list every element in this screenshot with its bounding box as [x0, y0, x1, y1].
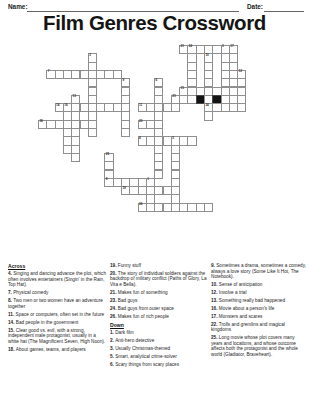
clue-across-24: 24. Bad guys from outer space — [110, 306, 208, 312]
grid-cell[interactable] — [204, 203, 213, 212]
clue-column-1: Across4. Singing and dancing advance the… — [8, 263, 107, 354]
clue-across-21: 21. Makes fun of something — [110, 290, 208, 296]
clue-number: 8 — [106, 178, 108, 181]
clue-across-15: 15. Clear good vs. evil, with a strong, … — [8, 328, 107, 345]
clue-number: 10 — [205, 54, 208, 57]
clue-number: 13 — [73, 95, 76, 98]
clue-number: 9 — [122, 79, 124, 82]
clue-across-11: 11. Space or computers, often set in the… — [8, 312, 107, 318]
clue-down-5: 5. Smart, analytical crime-solver — [110, 354, 208, 360]
down-header: Down — [110, 322, 208, 328]
clue-number: 17 — [230, 45, 233, 48]
clue-number: 25 — [106, 153, 109, 156]
grid-cell[interactable] — [154, 170, 163, 179]
page-title: Film Genres Crossword — [0, 11, 309, 35]
clue-number: 6 — [156, 79, 158, 82]
across-header: Across — [8, 263, 107, 269]
clue-column-2: 19. Funny stuff20. The story of individu… — [110, 263, 208, 370]
clue-across-8: 8. Two men or two women have an adventur… — [8, 298, 107, 309]
clue-number: 23 — [172, 95, 175, 98]
clue-number: 26 — [139, 203, 142, 206]
clue-number: 4 — [139, 137, 141, 140]
clue-number: 7 — [48, 70, 50, 73]
clue-number: 12 — [239, 70, 242, 73]
clue-across-7: 7. Physical comedy — [8, 290, 107, 296]
clue-number: 19 — [122, 187, 125, 190]
clue-down-16: 16. Movie about a person's life — [211, 306, 306, 312]
date-label: Date: — [247, 3, 263, 10]
clue-across-18: 18. About games, teams, and players — [8, 347, 107, 353]
clue-down-2: 2. Anti-hero detective — [110, 338, 208, 344]
clue-down-3: 3. Usually Christmas-themed — [110, 346, 208, 352]
clue-across-19: 19. Funny stuff — [110, 263, 208, 269]
clue-across-14: 14. Bad people in the government — [8, 320, 107, 326]
clue-down-22: 22. Trolls and gremlins and magical king… — [211, 322, 306, 333]
clue-number: 14 — [56, 104, 59, 107]
clue-down-9: 9. Sometimes a drama, sometimes a comedy… — [211, 263, 306, 280]
clue-number: 22 — [189, 45, 192, 48]
clue-down-17: 17. Monsters and scares — [211, 314, 306, 320]
clue-number: 5 — [172, 137, 174, 140]
grid-cell[interactable] — [88, 128, 97, 137]
clue-column-3: 9. Sometimes a drama, sometimes a comedy… — [211, 263, 306, 360]
grid-cell[interactable] — [237, 103, 246, 112]
clue-number: 18 — [39, 120, 42, 123]
clue-number: 2 — [89, 54, 91, 57]
clue-across-23: 23. Bad guys — [110, 298, 208, 304]
clue-down-12: 12. Involve a trial — [211, 290, 306, 296]
name-label: Name: — [8, 3, 28, 10]
clue-number: 24 — [205, 104, 208, 107]
clue-down-6: 6. Scary things from scary places — [110, 362, 208, 368]
clue-down-1: 1. Dark film — [110, 330, 208, 336]
grid-cell[interactable] — [204, 111, 213, 120]
worksheet-page: { "header": { "name_label": "Name:", "da… — [0, 0, 309, 400]
grid-cell[interactable] — [71, 153, 80, 162]
clue-down-13: 13. Something really bad happened — [211, 298, 306, 304]
clue-number: 21 — [180, 45, 183, 48]
clue-number: 3 — [222, 45, 224, 48]
clue-across-4: 4. Singing and dancing advance the plot,… — [8, 271, 107, 288]
clue-down-10: 10. Sense of anticipation — [211, 282, 306, 288]
clue-across-26: 26. Makes fun of rich people — [110, 314, 208, 320]
grid-cell[interactable] — [187, 136, 196, 145]
clue-number: 11 — [139, 104, 142, 107]
clue-number: 1 — [147, 178, 149, 181]
clue-across-20: 20. The story of individual soldiers aga… — [110, 271, 208, 288]
clue-number: 15 — [180, 87, 183, 90]
clue-down-25: 25. Long movie whose plot covers many ye… — [211, 335, 306, 357]
grid-cell[interactable] — [121, 128, 130, 137]
clue-number: 20 — [139, 120, 142, 123]
clue-number: 16 — [64, 104, 67, 107]
grid-cell[interactable] — [171, 103, 180, 112]
